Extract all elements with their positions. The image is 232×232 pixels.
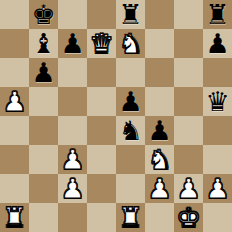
square-c2[interactable]: ♟ bbox=[58, 174, 87, 203]
white-queen-d7[interactable]: ♛ bbox=[89, 29, 113, 58]
square-b7[interactable]: ♝ bbox=[29, 29, 58, 58]
square-e7[interactable]: ♞ bbox=[116, 29, 145, 58]
square-a6[interactable] bbox=[0, 58, 29, 87]
square-b8[interactable]: ♚ bbox=[29, 0, 58, 29]
square-e8[interactable]: ♜ bbox=[116, 0, 145, 29]
square-b4[interactable] bbox=[29, 116, 58, 145]
square-g5[interactable] bbox=[174, 87, 203, 116]
square-d8[interactable] bbox=[87, 0, 116, 29]
white-rook-a1[interactable]: ♜ bbox=[2, 203, 26, 232]
square-f7[interactable] bbox=[145, 29, 174, 58]
square-g6[interactable] bbox=[174, 58, 203, 87]
black-pawn-c7[interactable]: ♟ bbox=[60, 29, 84, 58]
square-f1[interactable] bbox=[145, 203, 174, 232]
square-a5[interactable]: ♟ bbox=[0, 87, 29, 116]
square-c8[interactable] bbox=[58, 0, 87, 29]
square-d4[interactable] bbox=[87, 116, 116, 145]
square-c3[interactable]: ♟ bbox=[58, 145, 87, 174]
square-e3[interactable] bbox=[116, 145, 145, 174]
black-king-b8[interactable]: ♚ bbox=[31, 0, 55, 29]
square-a3[interactable] bbox=[0, 145, 29, 174]
square-a1[interactable]: ♜ bbox=[0, 203, 29, 232]
square-a2[interactable] bbox=[0, 174, 29, 203]
white-pawn-f2[interactable]: ♟ bbox=[147, 174, 171, 203]
square-c7[interactable]: ♟ bbox=[58, 29, 87, 58]
square-d2[interactable] bbox=[87, 174, 116, 203]
square-b5[interactable] bbox=[29, 87, 58, 116]
square-g7[interactable] bbox=[174, 29, 203, 58]
white-knight-e7[interactable]: ♞ bbox=[118, 29, 142, 58]
square-a4[interactable] bbox=[0, 116, 29, 145]
black-bishop-b7[interactable]: ♝ bbox=[31, 29, 55, 58]
square-b3[interactable] bbox=[29, 145, 58, 174]
square-f5[interactable] bbox=[145, 87, 174, 116]
square-g8[interactable] bbox=[174, 0, 203, 29]
black-queen-h5[interactable]: ♛ bbox=[205, 87, 229, 116]
square-d6[interactable] bbox=[87, 58, 116, 87]
square-e2[interactable] bbox=[116, 174, 145, 203]
black-pawn-b6[interactable]: ♟ bbox=[31, 58, 55, 87]
white-pawn-h2[interactable]: ♟ bbox=[205, 174, 229, 203]
square-g2[interactable]: ♟ bbox=[174, 174, 203, 203]
black-knight-e4[interactable]: ♞ bbox=[118, 116, 142, 145]
white-knight-f3[interactable]: ♞ bbox=[147, 145, 171, 174]
square-h7[interactable]: ♟ bbox=[203, 29, 232, 58]
square-h3[interactable] bbox=[203, 145, 232, 174]
square-a8[interactable] bbox=[0, 0, 29, 29]
square-h4[interactable] bbox=[203, 116, 232, 145]
square-b6[interactable]: ♟ bbox=[29, 58, 58, 87]
square-f2[interactable]: ♟ bbox=[145, 174, 174, 203]
square-c1[interactable] bbox=[58, 203, 87, 232]
black-rook-e8[interactable]: ♜ bbox=[118, 0, 142, 29]
square-f6[interactable] bbox=[145, 58, 174, 87]
square-f3[interactable]: ♞ bbox=[145, 145, 174, 174]
square-h5[interactable]: ♛ bbox=[203, 87, 232, 116]
white-rook-e1[interactable]: ♜ bbox=[118, 203, 142, 232]
chess-board: ♚♜♜♝♟♛♞♟♟♟♟♛♞♟♟♞♟♟♟♟♜♜♚ bbox=[0, 0, 232, 232]
black-pawn-e5[interactable]: ♟ bbox=[118, 87, 142, 116]
square-d3[interactable] bbox=[87, 145, 116, 174]
square-d5[interactable] bbox=[87, 87, 116, 116]
square-d7[interactable]: ♛ bbox=[87, 29, 116, 58]
square-e6[interactable] bbox=[116, 58, 145, 87]
square-h1[interactable] bbox=[203, 203, 232, 232]
white-pawn-c2[interactable]: ♟ bbox=[60, 174, 84, 203]
white-pawn-g2[interactable]: ♟ bbox=[176, 174, 200, 203]
square-c6[interactable] bbox=[58, 58, 87, 87]
square-f8[interactable] bbox=[145, 0, 174, 29]
square-c5[interactable] bbox=[58, 87, 87, 116]
square-h8[interactable]: ♜ bbox=[203, 0, 232, 29]
square-h6[interactable] bbox=[203, 58, 232, 87]
square-g3[interactable] bbox=[174, 145, 203, 174]
white-pawn-c3[interactable]: ♟ bbox=[60, 145, 84, 174]
square-h2[interactable]: ♟ bbox=[203, 174, 232, 203]
black-rook-h8[interactable]: ♜ bbox=[205, 0, 229, 29]
square-g1[interactable]: ♚ bbox=[174, 203, 203, 232]
square-e1[interactable]: ♜ bbox=[116, 203, 145, 232]
square-b2[interactable] bbox=[29, 174, 58, 203]
square-c4[interactable] bbox=[58, 116, 87, 145]
square-b1[interactable] bbox=[29, 203, 58, 232]
square-d1[interactable] bbox=[87, 203, 116, 232]
square-f4[interactable]: ♟ bbox=[145, 116, 174, 145]
black-pawn-f4[interactable]: ♟ bbox=[147, 116, 171, 145]
white-pawn-a5[interactable]: ♟ bbox=[2, 87, 26, 116]
square-e5[interactable]: ♟ bbox=[116, 87, 145, 116]
white-king-g1[interactable]: ♚ bbox=[176, 203, 200, 232]
square-a7[interactable] bbox=[0, 29, 29, 58]
square-e4[interactable]: ♞ bbox=[116, 116, 145, 145]
square-g4[interactable] bbox=[174, 116, 203, 145]
black-pawn-h7[interactable]: ♟ bbox=[205, 29, 229, 58]
